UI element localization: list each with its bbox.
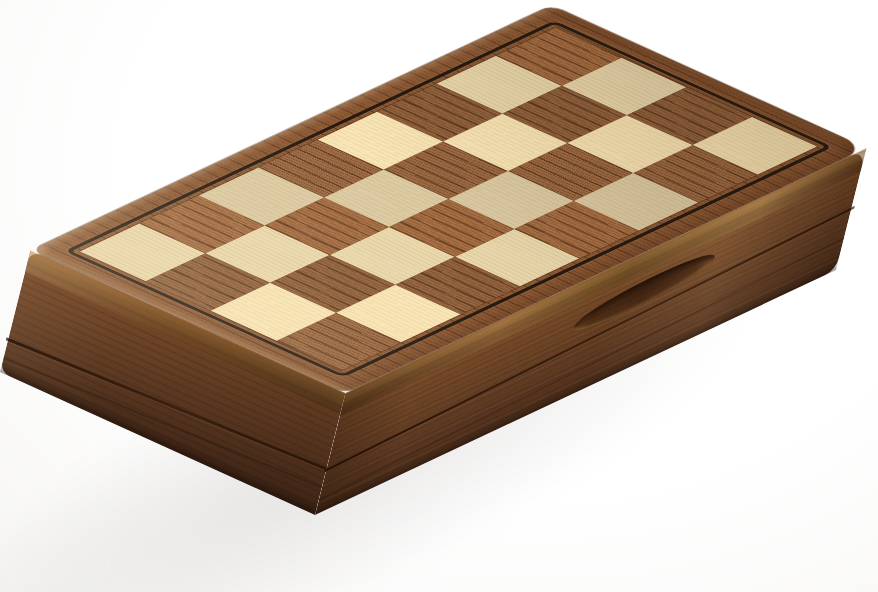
scene bbox=[0, 0, 878, 592]
